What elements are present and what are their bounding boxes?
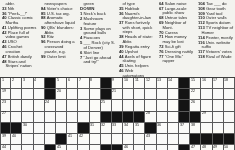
cell-number: 50	[224, 145, 228, 149]
clue-column-text: 104 Tae ___ do108 Gear tooth109 Yard too…	[198, 1, 234, 59]
grid-cell-white[interactable]	[11, 100, 22, 111]
grid-cell-white[interactable]	[90, 112, 101, 123]
grid-cell-white[interactable]	[134, 145, 145, 150]
cell-number: 39	[2, 134, 6, 138]
clue-item: 7 "Just go ahead and try!"	[80, 55, 116, 64]
clue-number: 5	[80, 40, 82, 45]
grid-cell-black	[190, 134, 201, 145]
clue-item: 48 Stars and Stripes' nation	[2, 59, 38, 68]
clue-item: 71 How money may be lost	[159, 35, 195, 44]
grid-cell-black	[123, 112, 134, 123]
grid-cell-white[interactable]: 49	[213, 145, 224, 150]
grid-cell-black	[179, 145, 190, 150]
grid-cell-black	[179, 89, 190, 100]
clue-item: 77 "One Mic" rapper	[159, 54, 195, 63]
clue-text: QBs' blunders: Abbr.	[45, 25, 74, 35]
cell-number: 40	[12, 134, 16, 138]
cell-number: 27	[2, 111, 6, 115]
cell-number: 37	[180, 123, 184, 127]
grid-cell-white[interactable]	[168, 134, 179, 145]
grid-cell-white[interactable]	[168, 89, 179, 100]
grid-cell-white[interactable]	[22, 100, 33, 111]
grid-cell-white[interactable]	[34, 100, 45, 111]
clue-column-text: 64 Salon noise67 Large-scale public show…	[159, 1, 195, 63]
clue-item: 99 Outer limit	[41, 54, 77, 59]
clue-text: Web automatons	[123, 68, 145, 77]
cell-number: 38	[191, 123, 195, 127]
grid-cell-white[interactable]	[45, 123, 56, 134]
clue-item: 40 Classic comic Martha	[2, 16, 38, 25]
grid-cell-white[interactable]	[145, 145, 156, 150]
clue-text: How money may be lost	[162, 34, 186, 44]
cell-number: 41	[68, 134, 72, 138]
cell-number: 30	[23, 123, 27, 127]
grid-cell-white[interactable]	[78, 112, 89, 123]
cell-number: 32	[101, 123, 105, 127]
clue-column-2: newspapers84 Voter's choice85 U.S. tax o…	[39, 0, 78, 77]
clue-number: 118	[198, 54, 205, 59]
grid-cell-white[interactable]	[157, 89, 168, 100]
clue-item: 113 TV neighbor of Homer	[198, 25, 234, 34]
grid-cell-white[interactable]	[168, 112, 179, 123]
clue-text: Some plays on ground balls	[84, 25, 111, 35]
grid-cell-black	[101, 78, 112, 89]
grid-cell-black	[201, 134, 212, 145]
grid-cell-white[interactable]	[179, 134, 190, 145]
grid-cell-black	[179, 112, 190, 123]
grid-cell-white[interactable]	[224, 89, 235, 100]
grid-cell-white[interactable]: 38	[190, 123, 201, 134]
grid-cell-white[interactable]: 8	[90, 78, 101, 89]
grid-cell-white[interactable]	[34, 112, 45, 123]
cell-number: 23	[2, 100, 6, 104]
cell-number: 10	[124, 78, 128, 82]
clue-text: Neighbor of Mont.	[162, 20, 186, 30]
grid-cell-black	[179, 78, 190, 89]
cell-number: 36	[157, 123, 161, 127]
grid-cell-white[interactable]	[123, 89, 134, 100]
grid-cell-white[interactable]	[134, 89, 145, 100]
grid-cell-white[interactable]	[34, 123, 45, 134]
grid-cell-white[interactable]	[201, 123, 212, 134]
grid-cell-white[interactable]: 39	[0, 134, 11, 145]
grid-cell-white[interactable]: 6	[67, 78, 78, 89]
clue-text: Place full of video games	[6, 30, 30, 40]
grid-cell-black	[45, 145, 56, 150]
grid-cell-white[interactable]	[168, 145, 179, 150]
clue-text: "One Mic" rapper	[162, 54, 183, 64]
clue-item: 2 Mushroom feature	[80, 16, 116, 25]
grid-cell-white[interactable]: 32	[101, 123, 112, 134]
cell-number: 49	[213, 145, 217, 149]
cell-number: 8	[90, 78, 92, 82]
clue-number: 99	[41, 53, 46, 58]
clue-text: Crochet creation	[6, 44, 23, 54]
grid-cell-white[interactable]: 7	[78, 78, 89, 89]
grid-cell-white[interactable]: 42	[78, 134, 89, 145]
grid-cell-white[interactable]	[123, 134, 134, 145]
clue-text: Person doing a crossword puzzle, e.g.	[45, 39, 75, 53]
grid-cell-white[interactable]	[67, 89, 78, 100]
cell-number: 19	[2, 89, 6, 93]
grid-cell-white[interactable]	[34, 134, 45, 145]
cell-number: 47	[191, 145, 195, 149]
grid-cell-white[interactable]: 34	[123, 123, 134, 134]
clue-text: Axels of figure skating	[123, 53, 152, 63]
grid-cell-white[interactable]	[22, 89, 33, 100]
clue-text: Aromatic aftershave liquid	[45, 15, 75, 25]
grid-cell-black	[0, 123, 11, 134]
cell-number: 26	[191, 100, 195, 104]
grid-cell-white[interactable]: 30	[22, 123, 33, 134]
grid-cell-black	[112, 145, 123, 150]
grid-cell-white[interactable]	[201, 89, 212, 100]
cell-number: 2	[12, 78, 14, 82]
cell-number: 9	[112, 78, 114, 82]
crossword-page: abbr.33 Nth36 "Peek-__!"40 Classic comic…	[0, 0, 235, 150]
grid-cell-black	[145, 123, 156, 134]
cell-number: 43	[146, 134, 150, 138]
clue-column-text: newspapers84 Voter's choice85 U.S. tax o…	[41, 1, 77, 58]
grid-cell-white[interactable]: 45	[56, 145, 67, 150]
clue-column-5: 64 Salon noise67 Large-scale public show…	[157, 0, 196, 77]
grid-cell-white[interactable]	[45, 134, 56, 145]
clue-item: 38 Heads of state: Abbr.	[119, 34, 155, 43]
grid-cell-white[interactable]: 3	[22, 78, 33, 89]
grid-cell-black	[45, 78, 56, 89]
grid-cell-white[interactable]: 50	[224, 145, 235, 150]
grid-cell-white[interactable]: 21	[112, 89, 123, 100]
grid-cell-white[interactable]: 20	[56, 89, 67, 100]
cell-number: 4	[34, 78, 36, 82]
clue-column-4: of type35 Hubbub36 Naomi's daughter-in-l…	[117, 0, 156, 77]
grid-cell-white[interactable]	[213, 89, 224, 100]
clue-item: 42 Place full of video games	[2, 30, 38, 39]
clue-item: 36 Naomi's daughter-in-law	[119, 11, 155, 20]
grid-cell-white[interactable]: 33	[112, 123, 123, 134]
cell-number: 29	[202, 111, 206, 115]
grid-cell-white[interactable]: 12	[145, 78, 156, 89]
grid-cell-white[interactable]: 36	[157, 123, 168, 134]
grid-cell-white[interactable]	[224, 112, 235, 123]
clue-column-1: abbr.33 Nth36 "Peek-__!"40 Classic comic…	[0, 0, 39, 77]
clue-column-6: 104 Tae ___ do108 Gear tooth109 Yard too…	[196, 0, 235, 77]
grid-cell-white[interactable]	[157, 145, 168, 150]
grid-cell-white[interactable]: 37	[179, 123, 190, 134]
grid-cell-white[interactable]	[134, 100, 145, 111]
grid-cell-white[interactable]	[90, 134, 101, 145]
clue-text: Classic comic Martha	[6, 15, 34, 25]
cell-number: 35	[135, 123, 139, 127]
clue-text: Univ. website suffix	[201, 39, 230, 49]
grid-cell-white[interactable]: 48	[201, 145, 212, 150]
grid-cell-white[interactable]: 35	[134, 123, 145, 134]
clue-item: 46 Web automatons	[119, 68, 155, 77]
cell-number: 42	[79, 134, 83, 138]
grid-cell-white[interactable]: 31	[90, 123, 101, 134]
grid-cell-white[interactable]: 13	[157, 78, 168, 89]
cell-number: 14	[168, 78, 172, 82]
grid-cell-black	[101, 145, 112, 150]
grid-cell-white[interactable]	[56, 100, 67, 111]
clue-number: 2	[80, 16, 82, 21]
cell-number: 15	[191, 78, 195, 82]
cell-number: 5	[57, 78, 59, 82]
clue-item: 96 Person doing a crossword puzzle, e.g.	[41, 40, 77, 54]
clue-item: 118 Rival of Wade	[198, 54, 234, 59]
cell-number: 7	[79, 78, 81, 82]
cell-number: 33	[112, 123, 116, 127]
grid-cell-black	[190, 112, 201, 123]
cell-number: 18	[224, 78, 228, 82]
cell-number: 44	[2, 145, 6, 149]
grid-cell-white[interactable]	[90, 145, 101, 150]
grid-cell-white[interactable]	[157, 134, 168, 145]
cell-number: 16	[202, 78, 206, 82]
clue-item: 88 Aromatic aftershave liquid	[41, 16, 77, 25]
grid-cell-white[interactable]	[101, 134, 112, 145]
grid-cell-white[interactable]: 24	[45, 100, 56, 111]
grid-cell-white[interactable]: 14	[168, 78, 179, 89]
grid-cell-white[interactable]	[34, 89, 45, 100]
cell-number: 21	[112, 89, 116, 93]
grid-cell-white[interactable]: 46	[123, 145, 134, 150]
grid-cell-white[interactable]	[168, 123, 179, 134]
grid-cell-black	[213, 134, 224, 145]
grid-cell-white[interactable]	[67, 145, 78, 150]
grid-cell-white[interactable]	[78, 145, 89, 150]
clue-item: 116 Univ. website suffix	[198, 40, 234, 49]
grid-cell-white[interactable]: 16	[201, 78, 212, 89]
grid-cell-white[interactable]: 43	[145, 134, 156, 145]
clue-text: Stars and Stripes' nation	[6, 58, 32, 68]
grid-cell-white[interactable]	[56, 112, 67, 123]
clue-item: 3 Some plays on ground balls	[80, 26, 116, 35]
grid-cell-black	[11, 123, 22, 134]
cell-number: 12	[146, 78, 150, 82]
grid-cell-white[interactable]	[224, 100, 235, 111]
grid-cell-white[interactable]: 41	[67, 134, 78, 145]
clue-text: Large-scale public show	[162, 5, 186, 15]
grid-cell-white[interactable]: 26	[190, 100, 201, 111]
cell-number: 46	[124, 145, 128, 149]
grid-cell-black	[179, 100, 190, 111]
clue-item: 37 Runs furtively with short, quick step…	[119, 20, 155, 34]
grid-cell-white[interactable]	[224, 123, 235, 134]
grid-cell-white[interactable]: 28	[145, 112, 156, 123]
clue-text: Rival of Wade	[206, 54, 232, 59]
crossword-grid: 1234567891011121314151617181920212223242…	[0, 77, 235, 150]
grid-cell-white[interactable]	[11, 89, 22, 100]
grid-cell-white[interactable]	[22, 134, 33, 145]
grid-cell-white[interactable]: 47	[190, 145, 201, 150]
grid-cell-black	[78, 123, 89, 134]
grid-cell-white[interactable]	[11, 145, 22, 150]
clue-item: 44 Axels of figure skating	[119, 54, 155, 63]
clue-item: 67 Large-scale public show	[159, 6, 195, 15]
grid-cell-white[interactable]: 27	[0, 112, 11, 123]
grid-cell-white[interactable]	[134, 134, 145, 145]
grid-cell-white[interactable]	[45, 112, 56, 123]
grid-cell-white[interactable]	[67, 112, 78, 123]
clue-text: Outer limit	[47, 53, 66, 58]
clue-text: Mushroom feature	[84, 16, 104, 26]
grid-cell-white[interactable]	[123, 100, 134, 111]
grid-cell-white[interactable]: 25	[101, 100, 112, 111]
grid-cell-white[interactable]: 2	[11, 78, 22, 89]
grid-cell-white[interactable]	[11, 112, 22, 123]
clue-item: 5 ___ Rock (city S. of Denver)	[80, 40, 116, 49]
cell-number: 31	[90, 123, 94, 127]
clue-text: Naomi's daughter-in-law	[123, 10, 152, 20]
cell-number: 48	[202, 145, 206, 149]
clue-number: 7	[80, 54, 82, 59]
clue-item: 69 Neighbor of Mont.	[159, 20, 195, 29]
grid-cell-white[interactable]: 17	[213, 78, 224, 89]
clue-column-3: greenDOWN1 Neck's back2 Mushroom feature…	[78, 0, 117, 77]
grid-cell-white[interactable]	[168, 100, 179, 111]
clue-text: "Just go ahead and try!"	[84, 54, 112, 64]
grid-cell-white[interactable]	[213, 100, 224, 111]
grid-cell-black	[101, 112, 112, 123]
grid-cell-black	[134, 112, 145, 123]
clue-lists: abbr.33 Nth36 "Peek-__!"40 Classic comic…	[0, 0, 235, 77]
cell-number: 25	[101, 100, 105, 104]
grid-cell-white[interactable]	[145, 89, 156, 100]
clue-number: 3	[80, 25, 82, 30]
grid-cell-white[interactable]	[90, 100, 101, 111]
grid-cell-white[interactable]	[78, 100, 89, 111]
clue-item: 46 Crochet creation	[2, 45, 38, 54]
cell-number: 22	[191, 89, 195, 93]
clue-item: 90 QBs' blunders: Abbr.	[41, 25, 77, 34]
cell-number: 13	[157, 78, 161, 82]
grid-cell-black	[224, 134, 235, 145]
cell-number: 34	[124, 123, 128, 127]
grid-cell-white[interactable]	[213, 112, 224, 123]
grid-cell-white[interactable]: 44	[0, 145, 11, 150]
grid-cell-white[interactable]	[213, 123, 224, 134]
grid-cell-white[interactable]	[112, 100, 123, 111]
grid-cell-white[interactable]	[157, 100, 168, 111]
clue-text: Heads of state: Abbr.	[123, 34, 153, 44]
cell-number: 6	[68, 78, 70, 82]
cell-number: 11	[135, 78, 139, 82]
cell-number: 17	[213, 78, 217, 82]
grid-cell-white[interactable]	[56, 123, 67, 134]
cell-number: 28	[146, 111, 150, 115]
clue-column-text: greenDOWN1 Neck's back2 Mushroom feature…	[80, 1, 116, 64]
grid-cell-white[interactable]	[112, 134, 123, 145]
grid-cell-white[interactable]: 10	[123, 78, 134, 89]
grid-cell-black	[112, 112, 123, 123]
grid-cell-black	[56, 134, 67, 145]
grid-cell-white[interactable]: 18	[224, 78, 235, 89]
grid-cell-white[interactable]	[78, 89, 89, 100]
grid-cell-white[interactable]	[67, 123, 78, 134]
grid-cell-white[interactable]	[34, 145, 45, 150]
grid-cell-white[interactable]: 40	[11, 134, 22, 145]
clue-text: Runs furtively with short, quick steps	[123, 20, 153, 34]
grid-cell-white[interactable]	[22, 112, 33, 123]
clue-text: ___ Rock (city S. of Denver)	[84, 40, 115, 50]
grid-cell-white[interactable]: 11	[134, 78, 145, 89]
grid-cell-white[interactable]: 4	[34, 78, 45, 89]
grid-cell-white[interactable]	[90, 89, 101, 100]
grid-cell-white[interactable]	[157, 112, 168, 123]
cell-number: 1	[2, 78, 4, 82]
cell-number: 24	[45, 100, 49, 104]
grid-cell-white[interactable]	[67, 100, 78, 111]
clue-text: TV neighbor of Homer	[201, 25, 233, 35]
clue-column-text: of type35 Hubbub36 Naomi's daughter-in-l…	[119, 1, 155, 77]
cell-number: 45	[57, 145, 61, 149]
grid-cell-white[interactable]	[22, 145, 33, 150]
clue-column-text: abbr.33 Nth36 "Peek-__!"40 Classic comic…	[2, 1, 38, 68]
grid-cell-white[interactable]: 29	[201, 112, 212, 123]
cell-number: 3	[23, 78, 25, 82]
cell-number: 20	[57, 89, 61, 93]
